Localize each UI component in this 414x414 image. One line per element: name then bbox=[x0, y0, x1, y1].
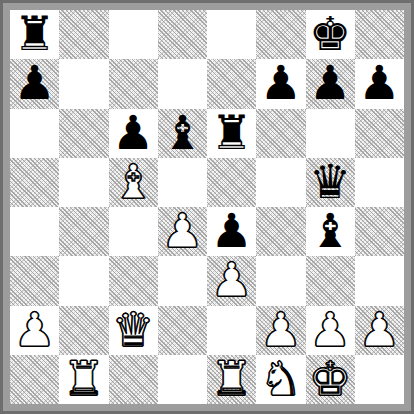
chess-board: ♜♚♟♟♟♟♟♝♜♝♛♟♟♝♟♟♛♟♟♟♜♜♞♚ bbox=[10, 10, 404, 404]
square-h1[interactable] bbox=[355, 355, 404, 404]
white-pawn-icon: ♟ bbox=[211, 256, 253, 303]
square-c1[interactable] bbox=[109, 355, 158, 404]
square-f8[interactable] bbox=[256, 10, 305, 59]
white-pawn-icon: ♟ bbox=[14, 306, 56, 353]
square-h5[interactable] bbox=[355, 158, 404, 207]
white-knight-icon: ♞ bbox=[260, 355, 302, 402]
square-h6[interactable] bbox=[355, 109, 404, 158]
black-bishop-icon: ♝ bbox=[309, 207, 351, 254]
square-b5[interactable] bbox=[59, 158, 108, 207]
chess-diagram: ♜♚♟♟♟♟♟♝♜♝♛♟♟♝♟♟♛♟♟♟♜♜♞♚ bbox=[0, 0, 414, 414]
square-e3[interactable]: ♟ bbox=[207, 256, 256, 305]
square-g4[interactable]: ♝ bbox=[306, 207, 355, 256]
square-b2[interactable] bbox=[59, 306, 108, 355]
square-a2[interactable]: ♟ bbox=[10, 306, 59, 355]
square-c7[interactable] bbox=[109, 59, 158, 108]
square-c4[interactable] bbox=[109, 207, 158, 256]
square-a3[interactable] bbox=[10, 256, 59, 305]
square-b4[interactable] bbox=[59, 207, 108, 256]
square-d1[interactable] bbox=[158, 355, 207, 404]
square-e8[interactable] bbox=[207, 10, 256, 59]
square-b7[interactable] bbox=[59, 59, 108, 108]
white-pawn-icon: ♟ bbox=[358, 306, 400, 353]
square-c2[interactable]: ♛ bbox=[109, 306, 158, 355]
black-pawn-icon: ♟ bbox=[14, 59, 56, 106]
square-d2[interactable] bbox=[158, 306, 207, 355]
black-pawn-icon: ♟ bbox=[358, 59, 400, 106]
square-h4[interactable] bbox=[355, 207, 404, 256]
black-pawn-icon: ♟ bbox=[112, 109, 154, 156]
square-d7[interactable] bbox=[158, 59, 207, 108]
square-g8[interactable]: ♚ bbox=[306, 10, 355, 59]
square-h7[interactable]: ♟ bbox=[355, 59, 404, 108]
square-g7[interactable]: ♟ bbox=[306, 59, 355, 108]
square-g6[interactable] bbox=[306, 109, 355, 158]
chess-board-frame: ♜♚♟♟♟♟♟♝♜♝♛♟♟♝♟♟♛♟♟♟♜♜♞♚ bbox=[0, 0, 414, 414]
square-a8[interactable]: ♜ bbox=[10, 10, 59, 59]
square-d5[interactable] bbox=[158, 158, 207, 207]
square-f5[interactable] bbox=[256, 158, 305, 207]
square-e5[interactable] bbox=[207, 158, 256, 207]
square-b3[interactable] bbox=[59, 256, 108, 305]
black-rook-icon: ♜ bbox=[14, 10, 56, 57]
square-a6[interactable] bbox=[10, 109, 59, 158]
square-e1[interactable]: ♜ bbox=[207, 355, 256, 404]
square-f7[interactable]: ♟ bbox=[256, 59, 305, 108]
square-d6[interactable]: ♝ bbox=[158, 109, 207, 158]
square-a4[interactable] bbox=[10, 207, 59, 256]
white-bishop-icon: ♝ bbox=[112, 158, 154, 205]
square-d3[interactable] bbox=[158, 256, 207, 305]
white-queen-icon: ♛ bbox=[112, 306, 154, 353]
square-g5[interactable]: ♛ bbox=[306, 158, 355, 207]
square-c3[interactable] bbox=[109, 256, 158, 305]
square-e2[interactable] bbox=[207, 306, 256, 355]
black-queen-icon: ♛ bbox=[309, 158, 351, 205]
square-e4[interactable]: ♟ bbox=[207, 207, 256, 256]
square-b8[interactable] bbox=[59, 10, 108, 59]
square-g2[interactable]: ♟ bbox=[306, 306, 355, 355]
square-h8[interactable] bbox=[355, 10, 404, 59]
square-g3[interactable] bbox=[306, 256, 355, 305]
square-f1[interactable]: ♞ bbox=[256, 355, 305, 404]
square-h2[interactable]: ♟ bbox=[355, 306, 404, 355]
white-king-icon: ♚ bbox=[309, 355, 351, 402]
square-a7[interactable]: ♟ bbox=[10, 59, 59, 108]
white-pawn-icon: ♟ bbox=[161, 207, 203, 254]
black-bishop-icon: ♝ bbox=[161, 109, 203, 156]
black-king-icon: ♚ bbox=[309, 10, 351, 57]
black-pawn-icon: ♟ bbox=[211, 207, 253, 254]
square-f6[interactable] bbox=[256, 109, 305, 158]
square-c5[interactable]: ♝ bbox=[109, 158, 158, 207]
white-rook-icon: ♜ bbox=[63, 355, 105, 402]
white-pawn-icon: ♟ bbox=[260, 306, 302, 353]
square-c8[interactable] bbox=[109, 10, 158, 59]
black-rook-icon: ♜ bbox=[211, 109, 253, 156]
square-e7[interactable] bbox=[207, 59, 256, 108]
square-e6[interactable]: ♜ bbox=[207, 109, 256, 158]
white-rook-icon: ♜ bbox=[211, 355, 253, 402]
square-a5[interactable] bbox=[10, 158, 59, 207]
square-f2[interactable]: ♟ bbox=[256, 306, 305, 355]
square-d8[interactable] bbox=[158, 10, 207, 59]
square-f4[interactable] bbox=[256, 207, 305, 256]
square-c6[interactable]: ♟ bbox=[109, 109, 158, 158]
square-g1[interactable]: ♚ bbox=[306, 355, 355, 404]
square-f3[interactable] bbox=[256, 256, 305, 305]
white-pawn-icon: ♟ bbox=[309, 306, 351, 353]
black-pawn-icon: ♟ bbox=[309, 59, 351, 106]
square-d4[interactable]: ♟ bbox=[158, 207, 207, 256]
square-b6[interactable] bbox=[59, 109, 108, 158]
square-h3[interactable] bbox=[355, 256, 404, 305]
square-b1[interactable]: ♜ bbox=[59, 355, 108, 404]
square-a1[interactable] bbox=[10, 355, 59, 404]
black-pawn-icon: ♟ bbox=[260, 59, 302, 106]
